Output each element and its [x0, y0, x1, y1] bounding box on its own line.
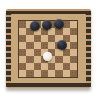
square[interactable] — [41, 42, 48, 49]
square[interactable] — [70, 21, 77, 28]
square[interactable] — [41, 63, 48, 70]
square[interactable] — [48, 35, 55, 42]
black-piece-glyph: ● — [59, 41, 66, 49]
square[interactable] — [34, 35, 41, 42]
square[interactable] — [70, 28, 77, 35]
black-piece-glyph: ● — [56, 20, 63, 28]
square[interactable] — [55, 56, 62, 63]
checkers-board-photo: ●●●●○ — [0, 0, 98, 98]
square[interactable] — [19, 49, 26, 56]
square[interactable] — [19, 70, 26, 77]
square[interactable] — [34, 49, 41, 56]
square[interactable] — [70, 35, 77, 42]
square[interactable] — [55, 70, 62, 77]
square[interactable] — [63, 49, 70, 56]
square[interactable] — [26, 63, 33, 70]
square[interactable] — [19, 42, 26, 49]
square[interactable] — [70, 70, 77, 77]
square[interactable] — [63, 56, 70, 63]
square[interactable] — [41, 35, 48, 42]
black-checker-piece[interactable]: ● — [30, 21, 40, 31]
square[interactable] — [26, 49, 33, 56]
square[interactable] — [63, 28, 70, 35]
black-piece-glyph: ● — [32, 22, 39, 30]
square[interactable] — [41, 70, 48, 77]
square[interactable] — [34, 56, 41, 63]
square[interactable] — [19, 28, 26, 35]
square[interactable] — [70, 63, 77, 70]
square[interactable] — [19, 21, 26, 28]
square[interactable] — [48, 42, 55, 49]
square[interactable] — [26, 70, 33, 77]
square[interactable] — [48, 70, 55, 77]
square[interactable] — [19, 63, 26, 70]
square[interactable] — [34, 42, 41, 49]
black-piece-glyph: ● — [44, 21, 51, 29]
square[interactable] — [34, 70, 41, 77]
square[interactable] — [34, 63, 41, 70]
square[interactable] — [19, 35, 26, 42]
square[interactable] — [63, 63, 70, 70]
square[interactable] — [70, 42, 77, 49]
square[interactable] — [70, 49, 77, 56]
square[interactable] — [26, 56, 33, 63]
square[interactable] — [70, 56, 77, 63]
square[interactable] — [26, 42, 33, 49]
square[interactable] — [48, 63, 55, 70]
square[interactable] — [63, 70, 70, 77]
square[interactable] — [55, 63, 62, 70]
square[interactable] — [19, 56, 26, 63]
square[interactable] — [26, 35, 33, 42]
white-piece-glyph: ○ — [44, 52, 51, 60]
